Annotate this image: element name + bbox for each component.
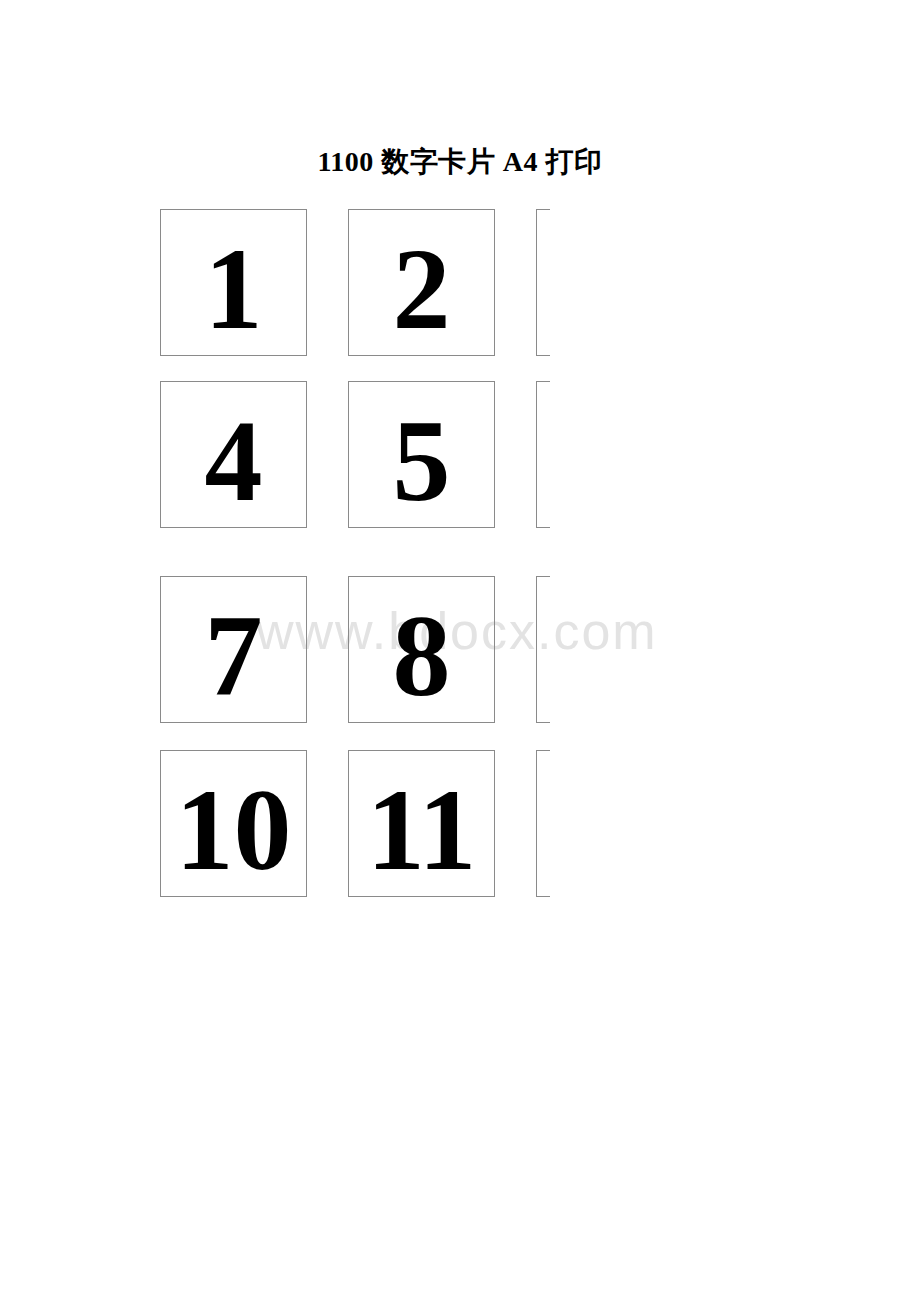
card-row-4: 10 11 bbox=[160, 750, 550, 897]
number-card-3-clipped bbox=[536, 209, 550, 356]
card-digit-1: 1 bbox=[205, 231, 263, 347]
number-card-1: 1 bbox=[160, 209, 307, 356]
card-digit-8: 8 bbox=[393, 598, 451, 714]
card-digit-4: 4 bbox=[205, 403, 263, 519]
number-card-2: 2 bbox=[348, 209, 495, 356]
number-card-12-clipped bbox=[536, 750, 550, 897]
page-title: 1100 数字卡片 A4 打印 bbox=[0, 143, 920, 181]
card-digit-7: 7 bbox=[205, 598, 263, 714]
card-grid: 1 2 4 5 7 8 bbox=[0, 0, 550, 1302]
card-row-3: 7 8 bbox=[160, 576, 550, 723]
card-digit-11: 11 bbox=[367, 772, 477, 888]
number-card-6-clipped bbox=[536, 381, 550, 528]
number-card-11: 11 bbox=[348, 750, 495, 897]
number-card-9-clipped bbox=[536, 576, 550, 723]
number-card-8: 8 bbox=[348, 576, 495, 723]
card-digit-5: 5 bbox=[393, 403, 451, 519]
card-digit-10: 10 bbox=[176, 772, 292, 888]
number-card-7: 7 bbox=[160, 576, 307, 723]
card-row-1: 1 2 bbox=[160, 209, 550, 356]
card-digit-2: 2 bbox=[393, 231, 451, 347]
card-row-2: 4 5 bbox=[160, 381, 550, 528]
number-card-4: 4 bbox=[160, 381, 307, 528]
number-card-5: 5 bbox=[348, 381, 495, 528]
number-card-10: 10 bbox=[160, 750, 307, 897]
document-page: 1100 数字卡片 A4 打印 www.bdocx.com 1 2 4 5 bbox=[0, 0, 920, 1302]
